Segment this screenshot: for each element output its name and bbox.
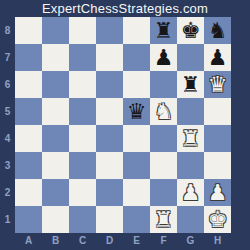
rank-label-3: 3 <box>0 152 15 179</box>
square-h5 <box>204 98 231 125</box>
file-labels: ABCDEFGH <box>15 231 231 250</box>
square-b4 <box>42 125 69 152</box>
square-b1 <box>42 206 69 233</box>
square-d2 <box>96 179 123 206</box>
square-f3 <box>150 152 177 179</box>
square-f1: ♜ <box>150 206 177 233</box>
piece-white-king: ♚ <box>208 209 228 231</box>
rank-labels: 87654321 <box>0 17 15 233</box>
square-a4 <box>15 125 42 152</box>
square-d5 <box>96 98 123 125</box>
file-label-g: G <box>177 235 204 246</box>
rank-label-2: 2 <box>0 179 15 206</box>
square-e3 <box>123 152 150 179</box>
square-h7: ♟ <box>204 44 231 71</box>
square-e4 <box>123 125 150 152</box>
square-e6 <box>123 71 150 98</box>
square-a1 <box>15 206 42 233</box>
piece-white-knight: ♞ <box>154 101 174 123</box>
square-g5 <box>177 98 204 125</box>
square-a2 <box>15 179 42 206</box>
square-a3 <box>15 152 42 179</box>
square-g2: ♟ <box>177 179 204 206</box>
square-d8 <box>96 17 123 44</box>
square-d7 <box>96 44 123 71</box>
square-d1 <box>96 206 123 233</box>
piece-black-pawn: ♟ <box>208 47 228 69</box>
rank-label-1: 1 <box>0 206 15 233</box>
file-label-h: H <box>204 235 231 246</box>
square-h6: ♛ <box>204 71 231 98</box>
square-c6 <box>69 71 96 98</box>
file-label-b: B <box>42 235 69 246</box>
square-b5 <box>42 98 69 125</box>
square-b7 <box>42 44 69 71</box>
square-a8 <box>15 17 42 44</box>
piece-black-queen: ♛ <box>127 101 147 123</box>
square-f2 <box>150 179 177 206</box>
square-h2: ♟ <box>204 179 231 206</box>
square-c2 <box>69 179 96 206</box>
square-c7 <box>69 44 96 71</box>
square-b3 <box>42 152 69 179</box>
square-a5 <box>15 98 42 125</box>
file-label-e: E <box>123 235 150 246</box>
square-d3 <box>96 152 123 179</box>
square-b2 <box>42 179 69 206</box>
piece-white-rook: ♜ <box>154 209 174 231</box>
square-f8: ♜ <box>150 17 177 44</box>
square-g1 <box>177 206 204 233</box>
piece-white-queen: ♛ <box>208 74 228 96</box>
piece-white-pawn: ♟ <box>208 182 228 204</box>
square-h8: ♞ <box>204 17 231 44</box>
file-label-a: A <box>15 235 42 246</box>
square-c3 <box>69 152 96 179</box>
piece-white-rook: ♜ <box>181 128 201 150</box>
rank-label-6: 6 <box>0 71 15 98</box>
square-c4 <box>69 125 96 152</box>
rank-label-5: 5 <box>0 98 15 125</box>
square-g4: ♜ <box>177 125 204 152</box>
square-e7 <box>123 44 150 71</box>
square-f4 <box>150 125 177 152</box>
file-label-c: C <box>69 235 96 246</box>
square-g8: ♚ <box>177 17 204 44</box>
piece-black-pawn: ♟ <box>154 47 174 69</box>
square-f6 <box>150 71 177 98</box>
square-b6 <box>42 71 69 98</box>
square-f5: ♞ <box>150 98 177 125</box>
file-label-d: D <box>96 235 123 246</box>
square-e8 <box>123 17 150 44</box>
site-title: ExpertChessStrategies.com <box>0 0 250 17</box>
piece-black-rook: ♜ <box>154 20 174 42</box>
piece-black-knight: ♞ <box>208 20 228 42</box>
rank-label-7: 7 <box>0 44 15 71</box>
square-g6: ♜ <box>177 71 204 98</box>
file-label-f: F <box>150 235 177 246</box>
piece-black-king: ♚ <box>181 20 201 42</box>
square-e1 <box>123 206 150 233</box>
chess-diagram: ExpertChessStrategies.com 87654321 ♜♚♞♟♟… <box>0 0 250 250</box>
square-a6 <box>15 71 42 98</box>
square-h3 <box>204 152 231 179</box>
rank-label-4: 4 <box>0 125 15 152</box>
piece-black-rook: ♜ <box>181 74 201 96</box>
square-d6 <box>96 71 123 98</box>
square-h1: ♚ <box>204 206 231 233</box>
chess-board: ♜♚♞♟♟♜♛♛♞♜♟♟♜♚ <box>15 17 231 233</box>
square-d4 <box>96 125 123 152</box>
piece-white-pawn: ♟ <box>181 182 201 204</box>
square-c8 <box>69 17 96 44</box>
square-e2 <box>123 179 150 206</box>
square-c5 <box>69 98 96 125</box>
rank-label-8: 8 <box>0 17 15 44</box>
square-b8 <box>42 17 69 44</box>
square-e5: ♛ <box>123 98 150 125</box>
square-a7 <box>15 44 42 71</box>
square-g7 <box>177 44 204 71</box>
square-f7: ♟ <box>150 44 177 71</box>
square-c1 <box>69 206 96 233</box>
square-h4 <box>204 125 231 152</box>
square-g3 <box>177 152 204 179</box>
